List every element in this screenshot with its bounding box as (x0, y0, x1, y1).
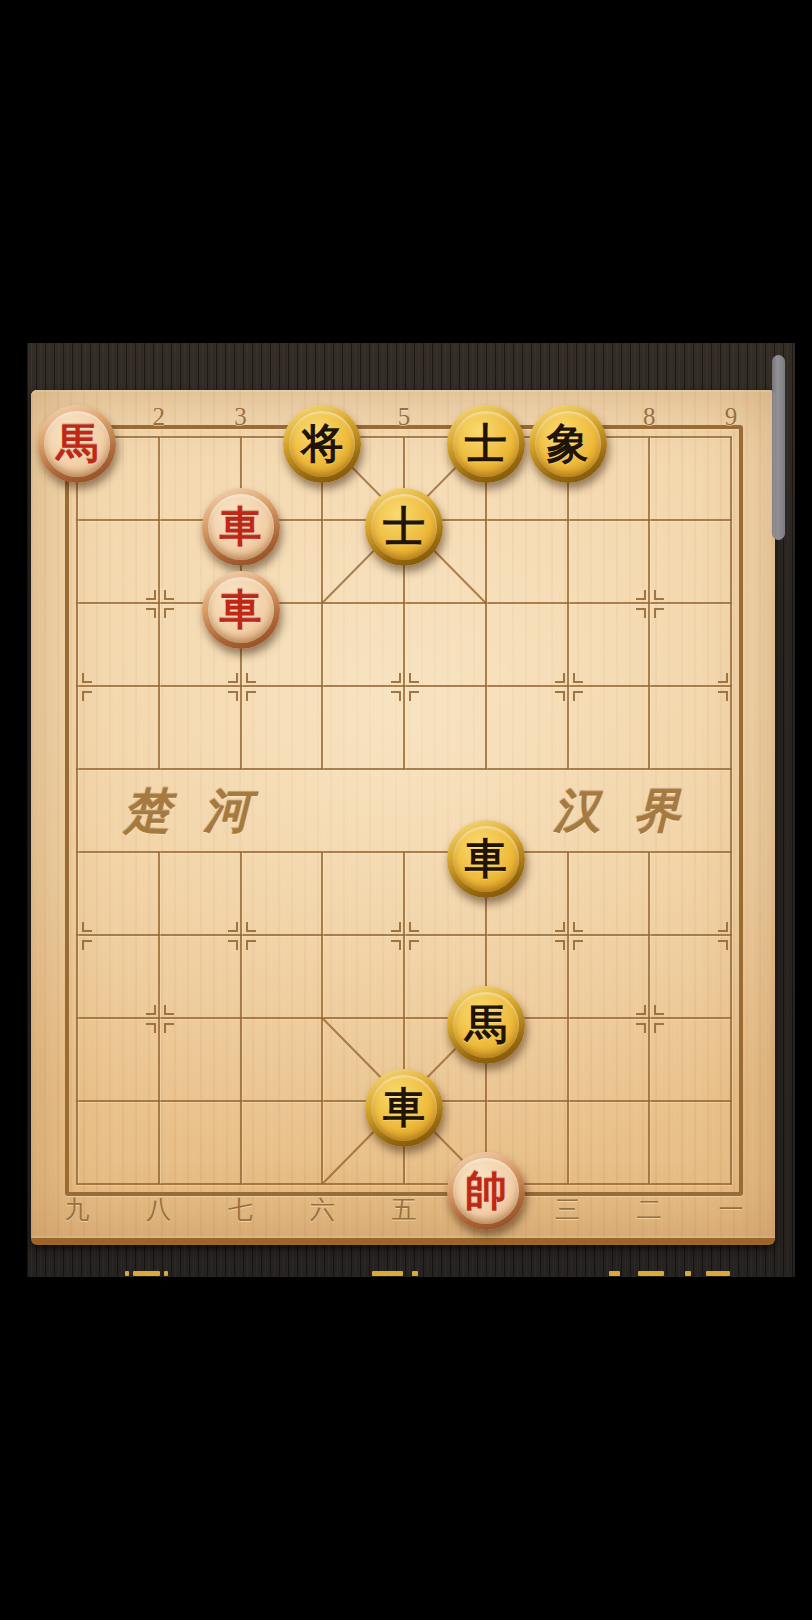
point-mark (146, 608, 156, 618)
piece-face: 車 (208, 577, 274, 643)
point-mark (636, 1023, 646, 1033)
clipped-caption-fragment (372, 1271, 403, 1276)
point-mark (146, 590, 156, 600)
grid-line-vertical (403, 437, 405, 769)
piece-face: 馬 (44, 411, 110, 477)
piece-character: 将 (301, 423, 343, 465)
piece-black-車[interactable]: 車 (365, 1069, 443, 1147)
point-mark (718, 673, 728, 683)
piece-black-士[interactable]: 士 (365, 488, 443, 566)
piece-face: 帥 (453, 1158, 519, 1224)
piece-character: 馬 (465, 1004, 507, 1046)
file-label-top: 3 (221, 404, 261, 430)
piece-character: 象 (547, 423, 589, 465)
point-mark (636, 608, 646, 618)
point-mark (391, 940, 401, 950)
grid-line-vertical (321, 852, 323, 1184)
point-mark (391, 673, 401, 683)
file-label-bottom: 八 (139, 1197, 179, 1223)
point-mark (228, 673, 238, 683)
grid-line-vertical (648, 852, 650, 1184)
grid-line-vertical (567, 437, 569, 769)
point-mark (228, 922, 238, 932)
point-mark (164, 1023, 174, 1033)
grid-line-vertical (648, 437, 650, 769)
point-mark (409, 940, 419, 950)
piece-character: 帥 (465, 1170, 507, 1212)
clipped-caption-fragment (125, 1271, 129, 1276)
grid-line-vertical (240, 852, 242, 1184)
piece-character: 車 (220, 506, 262, 548)
grid-line-vertical (567, 852, 569, 1184)
point-mark (573, 691, 583, 701)
point-mark (82, 922, 92, 932)
point-mark (246, 673, 256, 683)
file-label-bottom: 二 (629, 1197, 669, 1223)
river-text: 汉 (542, 785, 612, 837)
point-mark (391, 922, 401, 932)
file-label-bottom: 九 (57, 1197, 97, 1223)
grid-line-vertical (321, 437, 323, 769)
point-mark (573, 673, 583, 683)
phone-screenshot: 123456789九八七六五四三二一楚河汉界馬将士象車士車車馬車帥 (0, 0, 812, 1620)
file-label-bottom: 五 (384, 1197, 424, 1223)
piece-face: 士 (453, 411, 519, 477)
file-label-top: 2 (139, 404, 179, 430)
piece-face: 車 (208, 494, 274, 560)
grid-line-vertical (485, 437, 487, 769)
point-mark (636, 590, 646, 600)
piece-red-馬[interactable]: 馬 (38, 405, 116, 483)
piece-red-帥[interactable]: 帥 (447, 1152, 525, 1230)
clipped-caption-fragment (133, 1271, 160, 1276)
point-mark (164, 590, 174, 600)
file-label-bottom: 七 (221, 1197, 261, 1223)
point-mark (391, 691, 401, 701)
point-mark (718, 691, 728, 701)
point-mark (573, 922, 583, 932)
clipped-caption-fragment (609, 1271, 620, 1276)
point-mark (654, 1023, 664, 1033)
piece-character: 士 (465, 423, 507, 465)
piece-black-車[interactable]: 車 (447, 820, 525, 898)
game-screen: 123456789九八七六五四三二一楚河汉界馬将士象車士車車馬車帥 (27, 343, 795, 1277)
clipped-caption-fragment (706, 1271, 730, 1276)
piece-character: 車 (220, 589, 262, 631)
point-mark (718, 940, 728, 950)
point-mark (555, 922, 565, 932)
point-mark (228, 940, 238, 950)
file-label-top: 5 (384, 404, 424, 430)
point-mark (654, 590, 664, 600)
point-mark (718, 922, 728, 932)
piece-face: 将 (289, 411, 355, 477)
grid-line-vertical (730, 437, 732, 1184)
point-mark (146, 1023, 156, 1033)
point-mark (228, 691, 238, 701)
clipped-caption-fragment (638, 1271, 664, 1276)
piece-black-士[interactable]: 士 (447, 405, 525, 483)
point-mark (164, 1005, 174, 1015)
piece-red-車[interactable]: 車 (202, 488, 280, 566)
point-mark (409, 922, 419, 932)
file-label-top: 9 (711, 404, 751, 430)
point-mark (82, 691, 92, 701)
file-label-bottom: 三 (548, 1197, 588, 1223)
point-mark (246, 922, 256, 932)
point-mark (164, 608, 174, 618)
point-mark (654, 1005, 664, 1015)
piece-character: 車 (465, 838, 507, 880)
grid-line-vertical (76, 437, 78, 1184)
grid-line-vertical (158, 437, 160, 769)
point-mark (146, 1005, 156, 1015)
piece-character: 士 (383, 506, 425, 548)
clipped-caption-fragment (412, 1271, 418, 1276)
point-mark (636, 1005, 646, 1015)
piece-black-象[interactable]: 象 (529, 405, 607, 483)
point-mark (555, 691, 565, 701)
point-mark (654, 608, 664, 618)
piece-character: 馬 (56, 423, 98, 465)
piece-black-馬[interactable]: 馬 (447, 986, 525, 1064)
point-mark (555, 673, 565, 683)
clipped-caption-fragment (685, 1271, 691, 1276)
point-mark (82, 673, 92, 683)
point-mark (573, 940, 583, 950)
point-mark (409, 691, 419, 701)
scrollbar-thumb[interactable] (772, 355, 785, 540)
xiangqi-board: 123456789九八七六五四三二一楚河汉界馬将士象車士車車馬車帥 (31, 390, 775, 1245)
piece-face: 象 (535, 411, 601, 477)
grid-line-vertical (158, 852, 160, 1184)
piece-face: 士 (371, 494, 437, 560)
point-mark (246, 691, 256, 701)
river-text: 楚 (112, 785, 182, 837)
file-label-bottom: 一 (711, 1197, 751, 1223)
point-mark (409, 673, 419, 683)
piece-character: 車 (383, 1087, 425, 1129)
point-mark (246, 940, 256, 950)
piece-face: 車 (371, 1075, 437, 1141)
piece-face: 馬 (453, 992, 519, 1058)
file-label-bottom: 六 (302, 1197, 342, 1223)
point-mark (555, 940, 565, 950)
point-mark (82, 940, 92, 950)
piece-face: 車 (453, 826, 519, 892)
river-text: 界 (622, 785, 692, 837)
piece-black-将[interactable]: 将 (283, 405, 361, 483)
river-text: 河 (192, 785, 262, 837)
piece-red-車[interactable]: 車 (202, 571, 280, 649)
clipped-caption-fragment (164, 1271, 168, 1276)
file-label-top: 8 (629, 404, 669, 430)
